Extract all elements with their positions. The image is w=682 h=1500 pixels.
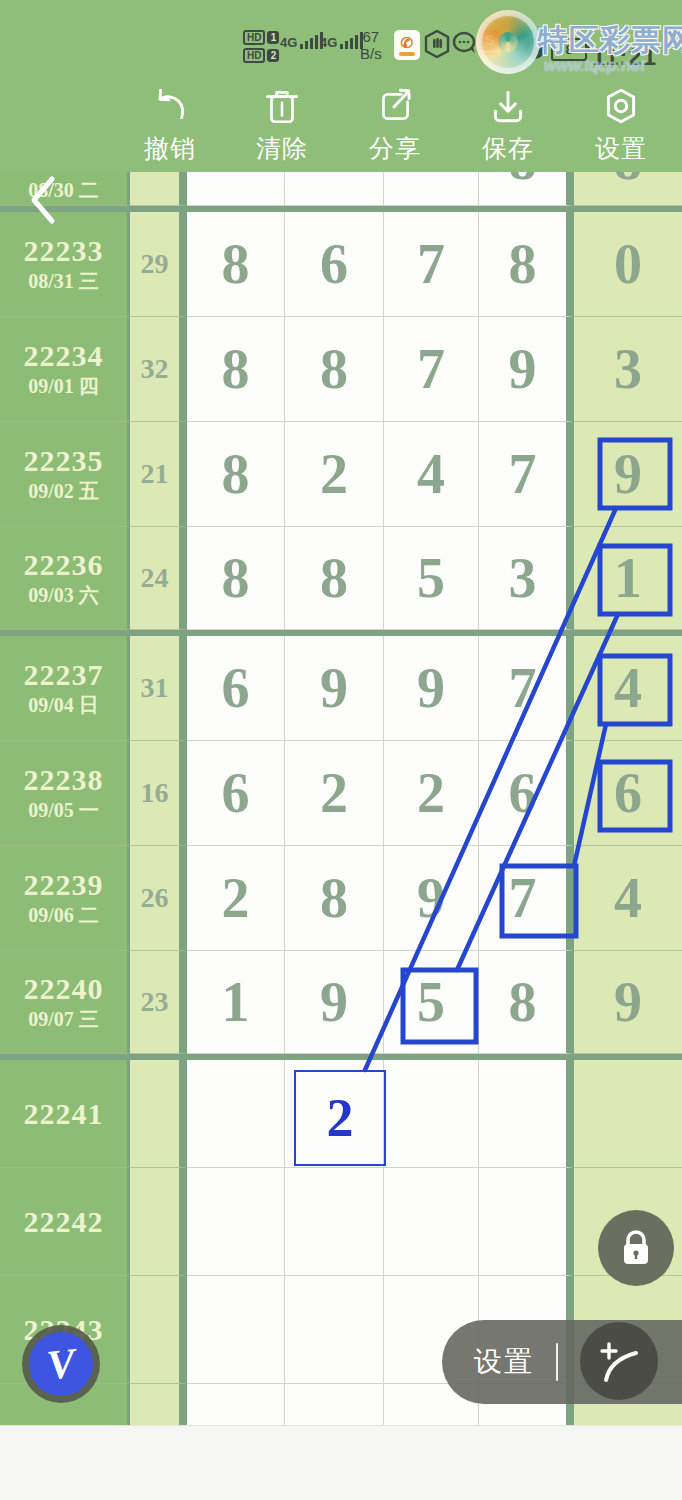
draw-date: 09/03 六 xyxy=(28,582,99,608)
signature-v-glyph: V xyxy=(45,1339,78,1390)
row-label: 2223909/06 二 xyxy=(0,846,130,951)
draw-date: 09/05 一 xyxy=(28,797,99,823)
handwritten-annotation-box[interactable]: 2 xyxy=(294,1070,386,1166)
bottom-settings-pill[interactable]: 设置 xyxy=(442,1320,682,1404)
settings-button[interactable]: 设置 xyxy=(575,85,667,165)
issue-number: 22240 xyxy=(24,972,104,1006)
issue-number: 22238 xyxy=(24,763,104,797)
hd-sim2-icon: HD xyxy=(243,48,265,63)
table-row: 22242 xyxy=(0,1168,682,1276)
pen-tool-inner: V xyxy=(29,1332,93,1396)
issue-number: 22233 xyxy=(24,234,104,268)
dnd-moon-icon xyxy=(524,38,545,59)
table-row-partial: 08/30 二 8 8 xyxy=(0,172,682,206)
row-label: 2223409/01 四 xyxy=(0,317,130,422)
palm-block-icon xyxy=(424,30,450,62)
handwritten-digit: 2 xyxy=(327,1087,354,1149)
partial-digit: 8 xyxy=(479,172,566,192)
settings-hexagon-icon xyxy=(600,85,642,127)
row-label: 2223609/03 六 xyxy=(0,527,130,630)
draw-date: 09/04 日 xyxy=(28,692,99,718)
count-value: 29 xyxy=(141,248,169,280)
hd-sim1-icon: HD xyxy=(243,30,265,45)
pill-divider xyxy=(556,1343,558,1381)
table-row: 2223509/02 五 21 8 2 4 7 9 xyxy=(0,422,682,527)
lock-button[interactable] xyxy=(598,1210,674,1286)
share-icon xyxy=(374,85,416,127)
table-row: 2223909/06 二 26 2 8 9 7 4 xyxy=(0,846,682,951)
table-row: 2223609/03 六 24 8 8 5 3 1 xyxy=(0,527,682,630)
count-value: 32 xyxy=(141,353,169,385)
pill-settings-label[interactable]: 设置 xyxy=(474,1343,534,1381)
row-label: 2224009/07 三 xyxy=(0,951,130,1054)
wechat-call-icon: ✆ xyxy=(394,30,420,60)
issue-number: 22234 xyxy=(24,339,104,373)
row-label: 2223709/04 日 xyxy=(0,636,130,741)
count-value: 31 xyxy=(141,672,169,704)
issue-number: 22236 xyxy=(24,548,104,582)
network-speed: 67B/s xyxy=(360,28,382,62)
undo-button[interactable]: 撤销 xyxy=(124,85,216,165)
undo-icon xyxy=(149,85,191,127)
lock-icon xyxy=(618,1229,654,1267)
issue-number: 22242 xyxy=(24,1205,104,1239)
table-row: 2223809/05 一 16 6 2 2 6 6 xyxy=(0,741,682,846)
android-nav-bar xyxy=(0,1425,682,1500)
row-label: 22241 xyxy=(0,1060,130,1168)
toolbar: 撤销 清除 分享 保存 设置 xyxy=(0,75,682,172)
table-row: 2223308/31 三 29 8 6 7 8 0 xyxy=(0,212,682,317)
chat-bubble-icon xyxy=(452,31,478,60)
save-button[interactable]: 保存 xyxy=(462,85,554,165)
draw-date: 08/31 三 xyxy=(28,268,99,294)
trash-icon xyxy=(261,85,303,127)
count-value: 16 xyxy=(141,777,169,809)
hd-sim-badges: HD1 HD2 xyxy=(243,30,279,63)
row-label: 2223809/05 一 xyxy=(0,741,130,846)
signal-bars-icon: 4G xyxy=(320,32,363,49)
issue-number: 22237 xyxy=(24,658,104,692)
count-value: 23 xyxy=(141,986,169,1018)
row-label: 2223509/02 五 xyxy=(0,422,130,527)
share-button[interactable]: 分享 xyxy=(349,85,441,165)
battery-icon: 8 xyxy=(551,38,587,61)
partial-digit: 8 xyxy=(574,172,682,192)
status-bar: HD1 HD2 4G 4G 67B/s ✆ S 8 11:21 xyxy=(0,0,682,75)
row-label: 22242 xyxy=(0,1168,130,1276)
draw-date: 09/01 四 xyxy=(28,373,99,399)
save-download-icon xyxy=(487,85,529,127)
trend-chart-table[interactable]: 08/30 二 8 8 2223308/31 三 29 8 6 7 8 0 22… xyxy=(0,172,682,1425)
issue-number: 22241 xyxy=(24,1097,104,1131)
draw-date: 09/07 三 xyxy=(28,1006,99,1032)
count-value: 24 xyxy=(141,562,169,594)
issue-number: 22239 xyxy=(24,868,104,902)
pen-add-icon xyxy=(594,1336,644,1386)
clear-button[interactable]: 清除 xyxy=(236,85,328,165)
table-row: 2223709/04 日 31 6 9 9 7 4 xyxy=(0,636,682,741)
count-value: 26 xyxy=(141,882,169,914)
pen-add-button[interactable] xyxy=(580,1322,658,1400)
back-chevron-icon[interactable] xyxy=(26,173,66,227)
draw-date: 09/06 二 xyxy=(28,902,99,928)
table-row: 2224009/07 三 23 1 9 5 8 9 xyxy=(0,951,682,1054)
issue-number: 22235 xyxy=(24,444,104,478)
count-value: 21 xyxy=(141,458,169,490)
status-time: 11:21 xyxy=(592,43,657,71)
table-row: 2223409/01 四 32 8 8 7 9 3 xyxy=(0,317,682,422)
signal-bars-icon: 4G xyxy=(280,32,323,49)
draw-date: 09/02 五 xyxy=(28,478,99,504)
pen-tool-button[interactable]: V xyxy=(22,1325,100,1403)
s-app-icon: S xyxy=(479,30,501,57)
row-label: 2223308/31 三 xyxy=(0,212,130,317)
